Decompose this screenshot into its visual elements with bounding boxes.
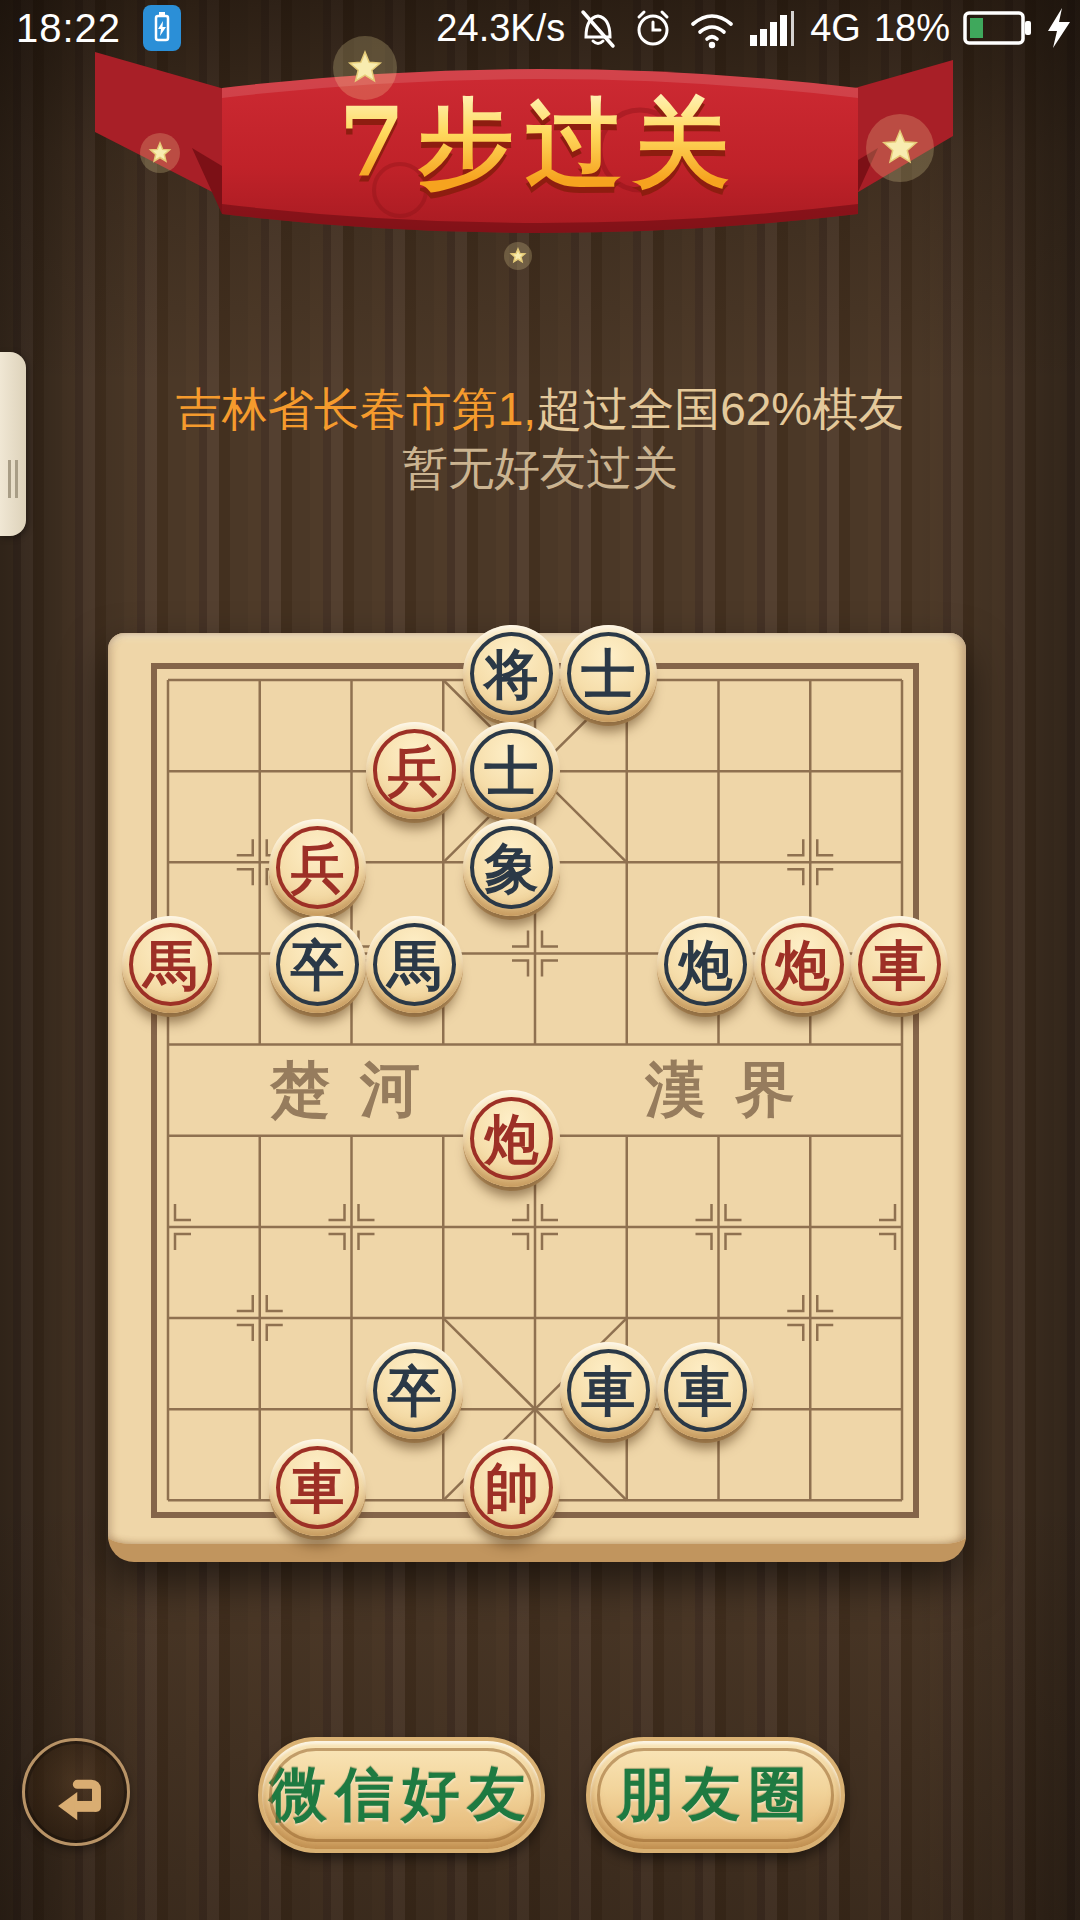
piece-glyph: 炮 bbox=[679, 938, 733, 992]
piece-black-soldier[interactable]: 卒 bbox=[269, 916, 366, 1013]
alarm-clock-icon bbox=[631, 5, 675, 51]
piece-glyph: 卒 bbox=[388, 1364, 442, 1418]
battery-percent: 18% bbox=[874, 7, 950, 50]
back-arrow-icon bbox=[44, 1760, 108, 1824]
muted-bell-icon bbox=[578, 5, 618, 51]
network-speed: 24.3K/s bbox=[436, 7, 565, 50]
piece-black-advisor[interactable]: 士 bbox=[463, 722, 560, 819]
banner-title: 7步过关 7步过关 bbox=[0, 90, 1080, 196]
ranking-line1: 吉林省长春市第1,超过全国62%棋友 bbox=[0, 380, 1080, 439]
piece-black-cannon[interactable]: 炮 bbox=[657, 916, 754, 1013]
charging-bolt-icon bbox=[1046, 7, 1072, 49]
piece-glyph: 帥 bbox=[485, 1461, 539, 1515]
wifi-icon bbox=[688, 7, 736, 49]
piece-black-chariot[interactable]: 車 bbox=[560, 1342, 657, 1439]
signal-bars-icon bbox=[749, 7, 797, 49]
piece-red-chariot[interactable]: 車 bbox=[269, 1439, 366, 1536]
ranking-highlight: 吉林省长春市第1, bbox=[176, 383, 536, 435]
share-moments-label: 朋友圈 bbox=[617, 1756, 815, 1834]
piece-red-cannon[interactable]: 炮 bbox=[754, 916, 851, 1013]
piece-glyph: 車 bbox=[582, 1364, 636, 1418]
piece-red-chariot[interactable]: 車 bbox=[851, 916, 948, 1013]
piece-glyph: 士 bbox=[582, 647, 636, 701]
piece-black-general[interactable]: 将 bbox=[463, 625, 560, 722]
piece-red-cannon[interactable]: 炮 bbox=[463, 1090, 560, 1187]
piece-glyph: 車 bbox=[679, 1364, 733, 1418]
piece-red-soldier[interactable]: 兵 bbox=[269, 819, 366, 916]
piece-glyph: 将 bbox=[485, 647, 539, 701]
piece-glyph: 炮 bbox=[485, 1112, 539, 1166]
app-screen: 18:22 24.3K/s bbox=[0, 0, 1080, 1920]
share-wechat-label: 微信好友 bbox=[270, 1756, 534, 1834]
piece-black-horse[interactable]: 馬 bbox=[366, 916, 463, 1013]
piece-glyph: 士 bbox=[485, 744, 539, 798]
piece-glyph: 卒 bbox=[291, 938, 345, 992]
piece-black-soldier[interactable]: 卒 bbox=[366, 1342, 463, 1439]
network-type: 4G bbox=[810, 7, 861, 50]
xiangqi-board: 楚河漢界 将士兵士兵象馬卒馬炮炮車炮卒車車車帥 bbox=[108, 633, 966, 1562]
piece-glyph: 象 bbox=[485, 841, 539, 895]
status-bar: 18:22 24.3K/s bbox=[0, 0, 1080, 56]
piece-glyph: 馬 bbox=[144, 938, 198, 992]
clock-time: 18:22 bbox=[16, 6, 121, 51]
piece-red-soldier[interactable]: 兵 bbox=[366, 722, 463, 819]
battery-icon bbox=[963, 7, 1033, 49]
back-button[interactable] bbox=[22, 1738, 130, 1846]
piece-black-elephant[interactable]: 象 bbox=[463, 819, 560, 916]
piece-black-advisor[interactable]: 士 bbox=[560, 625, 657, 722]
pieces-grid: 将士兵士兵象馬卒馬炮炮車炮卒車車車帥 bbox=[122, 634, 948, 1545]
piece-glyph: 兵 bbox=[291, 841, 345, 895]
piece-glyph: 車 bbox=[873, 938, 927, 992]
piece-glyph: 車 bbox=[291, 1461, 345, 1515]
piece-red-general[interactable]: 帥 bbox=[463, 1439, 560, 1536]
share-moments-button[interactable]: 朋友圈 bbox=[586, 1737, 845, 1853]
piece-glyph: 馬 bbox=[388, 938, 442, 992]
share-wechat-button[interactable]: 微信好友 bbox=[258, 1737, 545, 1853]
piece-red-horse[interactable]: 馬 bbox=[122, 916, 219, 1013]
piece-black-chariot[interactable]: 車 bbox=[657, 1342, 754, 1439]
piece-glyph: 炮 bbox=[776, 938, 830, 992]
ranking-text: 吉林省长春市第1,超过全国62%棋友 暂无好友过关 bbox=[0, 380, 1080, 498]
side-drawer-handle[interactable] bbox=[0, 352, 26, 536]
battery-app-badge-icon bbox=[143, 5, 181, 51]
piece-glyph: 兵 bbox=[388, 744, 442, 798]
ranking-line2: 暂无好友过关 bbox=[0, 439, 1080, 498]
